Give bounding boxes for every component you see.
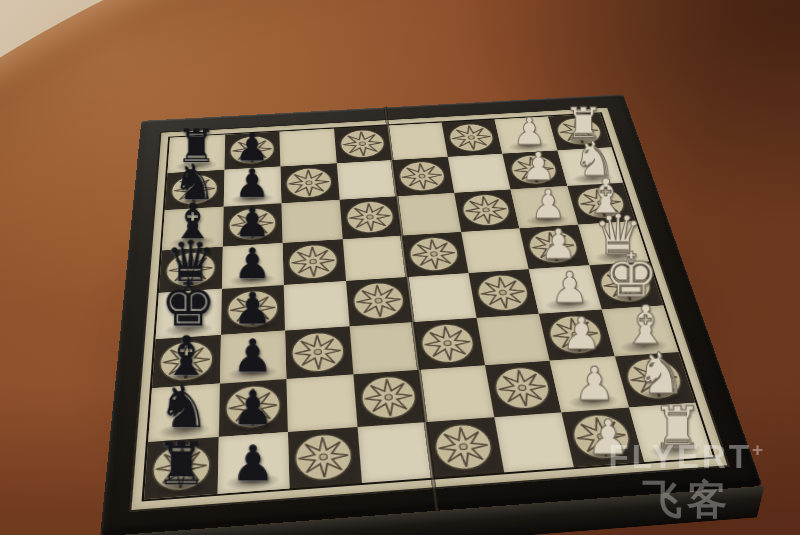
piece-white-rook[interactable]: ♜	[652, 401, 703, 455]
square-e5[interactable]	[346, 277, 413, 326]
square-a4[interactable]	[388, 122, 448, 159]
square-h8[interactable]: ♜	[144, 437, 218, 500]
square-g5[interactable]	[353, 370, 426, 427]
square-a6[interactable]	[279, 129, 336, 167]
square-h6[interactable]	[288, 427, 362, 489]
square-f3[interactable]	[476, 313, 550, 365]
square-d6[interactable]	[283, 239, 346, 285]
square-h1[interactable]: ♜	[628, 402, 713, 462]
star-medallion-ornament	[356, 372, 423, 424]
piece-black-pawn[interactable]: ♟	[234, 203, 271, 242]
piece-black-pawn[interactable]: ♟	[232, 386, 274, 431]
piece-white-pawn[interactable]: ♟	[521, 148, 556, 185]
piece-black-pawn[interactable]: ♟	[233, 288, 272, 330]
square-g2[interactable]: ♟	[550, 356, 629, 412]
square-b4[interactable]	[392, 157, 454, 197]
star-medallion-ornament	[444, 121, 500, 155]
piece-white-knight[interactable]: ♞	[635, 347, 686, 401]
piece-black-rook[interactable]: ♜	[154, 437, 207, 493]
star-medallion-ornament	[291, 429, 359, 486]
square-h7[interactable]: ♟	[217, 432, 289, 494]
star-medallion-ornament	[288, 328, 350, 377]
photo: ♜♟♟♜♞♟♟♞♝♟♟♝♛♟♟♛♚♟♟♚♝♟♟♝♞♟♟♞♜♟♟♜ FLYERT+…	[0, 0, 800, 535]
square-h3[interactable]	[494, 412, 574, 473]
chess-board: ♜♟♟♜♞♟♟♞♝♟♟♝♛♟♟♛♚♟♟♚♝♟♟♝♞♟♟♞♜♟♟♜	[100, 94, 762, 535]
piece-white-pawn[interactable]: ♟	[573, 362, 615, 406]
square-a5[interactable]	[334, 125, 392, 163]
square-b3[interactable]	[447, 153, 510, 193]
star-medallion-ornament	[394, 158, 451, 195]
square-e2[interactable]: ♟	[529, 265, 601, 313]
star-medallion-ornament	[416, 320, 482, 368]
square-c6[interactable]	[281, 200, 342, 243]
star-medallion-ornament	[285, 241, 343, 283]
square-f7[interactable]: ♟	[219, 330, 286, 383]
star-medallion-ornament	[471, 271, 536, 315]
star-medallion-ornament	[456, 191, 516, 230]
square-c3[interactable]	[454, 189, 520, 231]
square-g7[interactable]: ♟	[218, 379, 288, 437]
square-h5[interactable]	[357, 422, 433, 483]
star-medallion-ornament	[336, 127, 390, 162]
piece-black-pawn[interactable]: ♟	[233, 335, 274, 378]
piece-black-pawn[interactable]: ♟	[234, 244, 272, 284]
piece-white-pawn[interactable]: ♟	[561, 313, 601, 355]
square-d3[interactable]	[461, 228, 529, 273]
square-f6[interactable]	[285, 326, 353, 379]
square-e6[interactable]	[284, 281, 349, 330]
square-f5[interactable]	[349, 322, 419, 375]
star-medallion-ornament	[342, 198, 399, 237]
square-d4[interactable]	[402, 232, 468, 277]
square-c4[interactable]	[397, 193, 461, 235]
square-b5[interactable]	[336, 160, 396, 200]
star-medallion-ornament	[348, 279, 410, 324]
star-medallion-ornament	[283, 165, 337, 202]
square-g3[interactable]	[484, 361, 561, 417]
star-medallion-ornament	[487, 363, 558, 415]
piece-black-pawn[interactable]: ♟	[231, 441, 275, 488]
square-e4[interactable]	[407, 273, 476, 322]
star-medallion-ornament	[429, 419, 501, 475]
piece-black-pawn[interactable]: ♟	[235, 165, 270, 202]
square-c5[interactable]	[339, 196, 401, 239]
square-g4[interactable]	[419, 365, 494, 421]
square-d5[interactable]	[342, 235, 407, 281]
square-a3[interactable]	[441, 119, 502, 156]
square-e3[interactable]	[468, 269, 539, 317]
piece-white-pawn[interactable]: ♟	[540, 225, 577, 264]
square-h4[interactable]	[426, 417, 504, 478]
piece-white-pawn[interactable]: ♟	[550, 267, 589, 308]
piece-white-pawn[interactable]: ♟	[530, 185, 566, 223]
scene: ♜♟♟♜♞♟♟♞♝♟♟♝♛♟♟♛♚♟♟♚♝♟♟♝♞♟♟♞♜♟♟♜	[0, 0, 800, 535]
piece-white-pawn[interactable]: ♟	[586, 415, 629, 461]
square-e7[interactable]: ♟	[220, 285, 285, 335]
square-g6[interactable]	[286, 374, 357, 431]
star-medallion-ornament	[404, 233, 465, 275]
square-f4[interactable]	[413, 318, 485, 370]
piece-black-knight[interactable]: ♞	[157, 380, 210, 436]
square-b6[interactable]	[280, 163, 339, 203]
